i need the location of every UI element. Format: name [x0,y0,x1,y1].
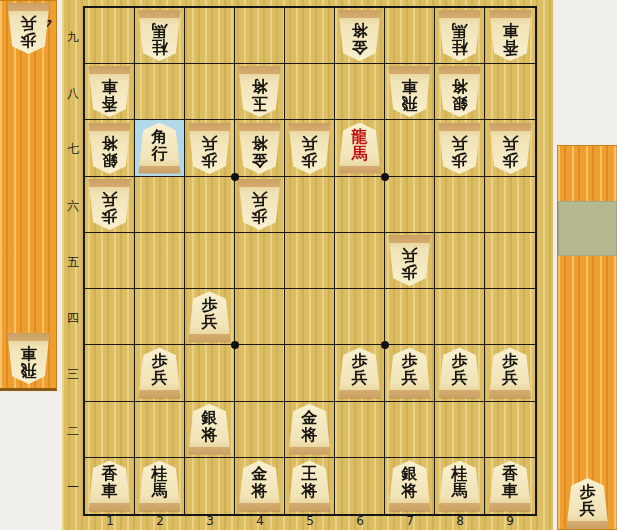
piece-kanji: 将 [252,135,268,152]
piece-kanji: 龍 [352,128,368,145]
komadai-slot-kyo[interactable] [0,56,56,111]
square-3六[interactable] [185,177,235,233]
piece-金将-up[interactable]: 金将 [238,460,281,511]
piece-kanji: 車 [20,345,36,362]
piece-歩兵-up[interactable]: 歩兵 [188,291,231,342]
square-9七[interactable]: 歩兵 [485,120,535,176]
piece-角行-up[interactable]: 角行 [138,123,181,174]
piece-香車-up[interactable]: 香車 [489,460,532,511]
square-7三[interactable]: 歩兵 [385,345,435,401]
square-6三[interactable]: 歩兵 [335,345,385,401]
piece-kanji: 金 [252,465,268,482]
rank-label-五: 五 [64,254,82,271]
piece-kanji: 将 [302,426,318,443]
square-5二[interactable]: 金将 [285,402,335,458]
file-label-4: 4 [250,514,270,528]
star-point [231,341,239,349]
square-1三[interactable] [85,345,135,401]
piece-kanji: 将 [452,78,468,95]
piece-kanji: 歩 [580,483,596,500]
piece-玉将-down[interactable]: 玉将 [238,66,281,117]
piece-kanji: 馬 [152,22,168,39]
file-label-2: 2 [150,514,170,528]
piece-kanji: 行 [152,145,168,162]
piece-kanji: 歩 [202,296,218,313]
piece-kanji: 兵 [152,369,168,386]
piece-香車-down[interactable]: 香車 [88,66,131,117]
square-4五[interactable] [235,233,285,289]
square-5三[interactable] [285,345,335,401]
piece-金将-down[interactable]: 金将 [238,123,281,174]
square-4九[interactable] [235,8,285,64]
piece-桂馬-down[interactable]: 桂馬 [438,10,481,61]
square-2九[interactable]: 桂馬 [135,8,185,64]
square-4四[interactable] [235,289,285,345]
square-1六[interactable]: 歩兵 [85,177,135,233]
piece-銀将-down[interactable]: 銀将 [438,66,481,117]
piece-kanji: 歩 [402,264,418,281]
piece-kanji: 将 [252,78,268,95]
square-4七[interactable]: 金将 [235,120,285,176]
square-3八[interactable] [185,64,235,120]
square-6七[interactable]: 龍馬 [335,120,385,176]
piece-kanji: 車 [102,482,118,499]
piece-kanji: 兵 [20,15,36,32]
rank-label-三: 三 [64,366,82,383]
square-1八[interactable]: 香車 [85,64,135,120]
piece-銀将-down[interactable]: 銀将 [88,123,131,174]
square-8一[interactable]: 桂馬 [435,458,485,514]
piece-kanji: 歩 [402,352,418,369]
opponent-komadai: 歩兵4飛車 [0,0,57,391]
shogi-board: 桂馬金将桂馬香車香車玉将飛車銀将銀将角行歩兵金将歩兵龍馬歩兵歩兵歩兵歩兵歩兵歩兵… [83,6,537,516]
piece-kanji: 銀 [202,409,218,426]
square-8五[interactable] [435,233,485,289]
square-2六[interactable] [135,177,185,233]
square-8七[interactable]: 歩兵 [435,120,485,176]
piece-kanji: 桂 [452,39,468,56]
square-2一[interactable]: 桂馬 [135,458,185,514]
star-point [381,173,389,181]
square-7八[interactable]: 飛車 [385,64,435,120]
file-label-5: 5 [300,514,320,528]
piece-kanji: 将 [302,482,318,499]
komadai-slot-kaku[interactable] [558,201,617,256]
piece-歩兵-up[interactable]: 歩兵 [138,347,181,398]
square-1四[interactable] [85,289,135,345]
square-6一[interactable] [335,458,385,514]
square-1七[interactable]: 銀将 [85,120,135,176]
piece-飛車-down[interactable]: 飛車 [7,333,50,384]
square-2五[interactable] [135,233,185,289]
piece-kanji: 玉 [252,95,268,112]
square-5四[interactable] [285,289,335,345]
piece-桂馬-up[interactable]: 桂馬 [438,460,481,511]
piece-kanji: 兵 [502,135,518,152]
square-9一[interactable]: 香車 [485,458,535,514]
square-9三[interactable]: 歩兵 [485,345,535,401]
piece-kanji: 馬 [152,482,168,499]
piece-kanji: 車 [502,22,518,39]
file-label-7: 7 [400,514,420,528]
square-9八[interactable] [485,64,535,120]
square-8四[interactable] [435,289,485,345]
piece-王将-up[interactable]: 王将 [288,460,331,511]
piece-kanji: 馬 [452,22,468,39]
piece-金将-up[interactable]: 金将 [288,404,331,455]
square-3四[interactable]: 歩兵 [185,289,235,345]
piece-桂馬-up[interactable]: 桂馬 [138,460,181,511]
piece-歩兵-down[interactable]: 歩兵 [7,3,50,54]
square-7五[interactable]: 歩兵 [385,233,435,289]
board-margin: 桂馬金将桂馬香車香車玉将飛車銀将銀将角行歩兵金将歩兵龍馬歩兵歩兵歩兵歩兵歩兵歩兵… [62,0,553,530]
square-5九[interactable] [285,8,335,64]
piece-kanji: 将 [402,482,418,499]
piece-kanji: 金 [352,39,368,56]
square-9二[interactable] [485,402,535,458]
square-5七[interactable]: 歩兵 [285,120,335,176]
square-6八[interactable] [335,64,385,120]
square-9九[interactable]: 香車 [485,8,535,64]
piece-kanji: 兵 [252,191,268,208]
piece-金将-down[interactable]: 金将 [338,10,381,61]
piece-kanji: 歩 [352,352,368,369]
piece-kanji: 金 [252,152,268,169]
rank-label-七: 七 [64,141,82,158]
piece-kanji: 銀 [402,465,418,482]
komadai-slot-hisha[interactable] [558,146,617,201]
piece-kanji: 兵 [402,369,418,386]
file-label-3: 3 [200,514,220,528]
piece-kanji: 兵 [580,500,596,517]
square-6四[interactable] [335,289,385,345]
square-5八[interactable] [285,64,335,120]
square-6五[interactable] [335,233,385,289]
square-5一[interactable]: 王将 [285,458,335,514]
piece-kanji: 香 [502,465,518,482]
komadai-slot-kin[interactable] [558,256,617,311]
piece-歩兵-down[interactable]: 歩兵 [388,235,431,286]
piece-kanji: 兵 [302,135,318,152]
piece-kanji: 兵 [102,191,118,208]
square-9六[interactable] [485,177,535,233]
square-2八[interactable] [135,64,185,120]
square-8三[interactable]: 歩兵 [435,345,485,401]
piece-kanji: 馬 [452,482,468,499]
square-8八[interactable]: 銀将 [435,64,485,120]
komadai-slot-fu[interactable]: 歩兵4 [0,1,56,56]
piece-kanji: 金 [302,409,318,426]
piece-歩兵-up[interactable]: 歩兵 [388,347,431,398]
star-point [381,341,389,349]
file-label-6: 6 [350,514,370,528]
shogi-app: 歩兵4飛車 桂馬金将桂馬香車香車玉将飛車銀将銀将角行歩兵金将歩兵龍馬歩兵歩兵歩兵… [0,0,617,530]
piece-kanji: 銀 [102,152,118,169]
piece-kanji: 車 [102,78,118,95]
piece-歩兵-down[interactable]: 歩兵 [238,179,281,230]
piece-kanji: 兵 [502,369,518,386]
square-7六[interactable] [385,177,435,233]
rank-label-六: 六 [64,198,82,215]
piece-銀将-up[interactable]: 銀将 [188,404,231,455]
square-3七[interactable]: 歩兵 [185,120,235,176]
square-9五[interactable] [485,233,535,289]
piece-kanji: 歩 [452,152,468,169]
square-7一[interactable]: 銀将 [385,458,435,514]
square-5五[interactable] [285,233,335,289]
piece-歩兵-down[interactable]: 歩兵 [88,179,131,230]
piece-歩兵-down[interactable]: 歩兵 [438,123,481,174]
piece-kanji: 馬 [352,145,368,162]
piece-kanji: 歩 [152,352,168,369]
file-label-8: 8 [450,514,470,528]
komadai-slot-kaku[interactable] [0,276,56,331]
square-3九[interactable] [185,8,235,64]
komadai-slot-hisha[interactable]: 飛車 [0,331,56,386]
komadai-slot-fu[interactable]: 歩兵 [558,476,617,530]
square-3五[interactable] [185,233,235,289]
piece-kanji: 銀 [452,95,468,112]
square-4六[interactable]: 歩兵 [235,177,285,233]
piece-歩兵-up[interactable]: 歩兵 [566,478,609,529]
square-7七[interactable] [385,120,435,176]
piece-kanji: 飛 [20,362,36,379]
piece-歩兵-down[interactable]: 歩兵 [288,123,331,174]
piece-kanji: 桂 [152,39,168,56]
square-6六[interactable] [335,177,385,233]
piece-kanji: 兵 [452,135,468,152]
piece-歩兵-up[interactable]: 歩兵 [438,347,481,398]
piece-kanji: 角 [152,128,168,145]
square-2七[interactable]: 角行 [135,120,185,176]
rank-label-一: 一 [64,479,82,496]
piece-kanji: 将 [352,22,368,39]
komadai-slot-kyo[interactable] [558,421,617,476]
rank-label-八: 八 [64,85,82,102]
piece-飛車-down[interactable]: 飛車 [388,66,431,117]
square-6九[interactable]: 金将 [335,8,385,64]
piece-kanji: 歩 [502,152,518,169]
piece-kanji: 桂 [152,465,168,482]
piece-kanji: 車 [502,482,518,499]
piece-kanji: 兵 [202,313,218,330]
file-label-1: 1 [100,514,120,528]
piece-kanji: 歩 [20,32,36,49]
piece-kanji: 兵 [202,135,218,152]
square-4一[interactable]: 金将 [235,458,285,514]
piece-kanji: 飛 [402,95,418,112]
square-2四[interactable] [135,289,185,345]
piece-kanji: 王 [302,465,318,482]
square-2三[interactable]: 歩兵 [135,345,185,401]
piece-kanji: 歩 [302,152,318,169]
komadai-slot-kei[interactable] [558,366,617,421]
square-8二[interactable] [435,402,485,458]
piece-香車-up[interactable]: 香車 [88,460,131,511]
piece-kanji: 歩 [102,208,118,225]
square-1一[interactable]: 香車 [85,458,135,514]
square-4三[interactable] [235,345,285,401]
piece-kanji: 将 [102,135,118,152]
piece-kanji: 兵 [402,247,418,264]
square-8九[interactable]: 桂馬 [435,8,485,64]
piece-歩兵-down[interactable]: 歩兵 [188,123,231,174]
square-7九[interactable] [385,8,435,64]
file-label-9: 9 [500,514,520,528]
piece-kanji: 香 [102,465,118,482]
square-1二[interactable] [85,402,135,458]
star-point [231,173,239,181]
square-2二[interactable] [135,402,185,458]
piece-歩兵-up[interactable]: 歩兵 [338,347,381,398]
square-4八[interactable]: 玉将 [235,64,285,120]
komadai-slot-gin[interactable] [558,311,617,366]
square-6二[interactable] [335,402,385,458]
piece-kanji: 将 [202,426,218,443]
piece-歩兵-down[interactable]: 歩兵 [489,123,532,174]
piece-kanji: 香 [502,39,518,56]
piece-歩兵-up[interactable]: 歩兵 [489,347,532,398]
rank-label-二: 二 [64,423,82,440]
rank-label-四: 四 [64,310,82,327]
square-7四[interactable] [385,289,435,345]
square-9四[interactable] [485,289,535,345]
komadai-slot-gin[interactable] [0,166,56,221]
piece-kanji: 香 [102,95,118,112]
piece-kanji: 車 [402,78,418,95]
piece-香車-down[interactable]: 香車 [489,10,532,61]
square-3一[interactable] [185,458,235,514]
piece-kanji: 歩 [202,152,218,169]
square-3三[interactable] [185,345,235,401]
piece-龍馬-up[interactable]: 龍馬 [338,123,381,174]
square-5六[interactable] [285,177,335,233]
piece-kanji: 兵 [452,369,468,386]
piece-kanji: 将 [252,482,268,499]
piece-桂馬-down[interactable]: 桂馬 [138,10,181,61]
piece-kanji: 歩 [452,352,468,369]
player-komadai: 歩兵 [557,145,617,530]
piece-kanji: 歩 [502,352,518,369]
piece-銀将-up[interactable]: 銀将 [388,460,431,511]
square-7二[interactable] [385,402,435,458]
square-1九[interactable] [85,8,135,64]
piece-kanji: 桂 [452,465,468,482]
square-3二[interactable]: 銀将 [185,402,235,458]
square-4二[interactable] [235,402,285,458]
rank-label-九: 九 [64,29,82,46]
square-8六[interactable] [435,177,485,233]
piece-kanji: 兵 [352,369,368,386]
komadai-slot-kei[interactable] [0,111,56,166]
piece-kanji: 歩 [252,208,268,225]
square-1五[interactable] [85,233,135,289]
komadai-slot-kin[interactable] [0,221,56,276]
